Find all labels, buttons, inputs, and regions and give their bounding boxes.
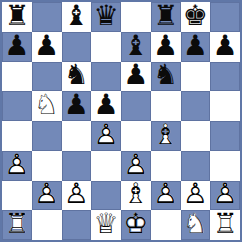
square-c7[interactable]: [62, 32, 92, 62]
square-b4[interactable]: [32, 121, 62, 151]
square-f2[interactable]: ♟♙: [151, 181, 181, 211]
white-pawn-icon: ♟♙: [2, 151, 32, 181]
square-g6[interactable]: [181, 62, 211, 92]
square-e6[interactable]: ♟: [121, 62, 151, 92]
square-e2[interactable]: ♝♗: [121, 181, 151, 211]
square-d2[interactable]: [91, 181, 121, 211]
chess-board: ♜♝♛♜♚♟♟♝♟♟♟♞♟♞♞♘♟♟♟♙♝♗♟♙♟♙♟♙♟♙♝♗♟♙♟♙♟♙♜♖…: [0, 0, 242, 242]
piece-glyph-fill: ♟: [32, 32, 62, 61]
square-e5[interactable]: [121, 91, 151, 121]
square-d1[interactable]: ♛♕: [91, 210, 121, 240]
white-queen-icon: ♛♕: [91, 210, 121, 240]
square-a2[interactable]: [2, 181, 32, 211]
piece-glyph-fill: ♟: [121, 62, 151, 91]
square-f1[interactable]: [151, 210, 181, 240]
square-a3[interactable]: ♟♙: [2, 151, 32, 181]
square-a7[interactable]: ♟: [2, 32, 32, 62]
square-g4[interactable]: [181, 121, 211, 151]
black-bishop-icon: ♝: [62, 2, 92, 32]
piece-glyph-outline: ♙: [181, 181, 211, 210]
piece-glyph-fill: ♜: [2, 2, 32, 31]
white-pawn-icon: ♟♙: [62, 181, 92, 211]
black-pawn-icon: ♟: [62, 91, 92, 121]
piece-glyph-fill: ♟: [91, 91, 121, 120]
square-b3[interactable]: [32, 151, 62, 181]
black-queen-icon: ♛: [91, 2, 121, 32]
black-pawn-icon: ♟: [121, 62, 151, 92]
square-h4[interactable]: [210, 121, 240, 151]
white-king-icon: ♚♔: [121, 210, 151, 240]
black-bishop-icon: ♝: [121, 32, 151, 62]
square-a8[interactable]: ♜: [2, 2, 32, 32]
piece-glyph-outline: ♘: [32, 91, 62, 120]
white-rook-icon: ♜♖: [210, 210, 240, 240]
piece-glyph-outline: ♗: [121, 181, 151, 210]
piece-glyph-fill: ♞: [151, 62, 181, 91]
piece-glyph-outline: ♖: [2, 210, 32, 239]
black-king-icon: ♚: [181, 2, 211, 32]
square-b8[interactable]: [32, 2, 62, 32]
piece-glyph-fill: ♟: [62, 91, 92, 120]
square-b6[interactable]: [32, 62, 62, 92]
square-d5[interactable]: ♟: [91, 91, 121, 121]
white-knight-icon: ♞♘: [32, 91, 62, 121]
white-pawn-icon: ♟♙: [121, 151, 151, 181]
square-g1[interactable]: ♞♘: [181, 210, 211, 240]
piece-glyph-outline: ♗: [151, 121, 181, 150]
square-e7[interactable]: ♝: [121, 32, 151, 62]
black-pawn-icon: ♟: [2, 32, 32, 62]
square-c2[interactable]: ♟♙: [62, 181, 92, 211]
square-f8[interactable]: ♜: [151, 2, 181, 32]
square-g2[interactable]: ♟♙: [181, 181, 211, 211]
black-knight-icon: ♞: [151, 62, 181, 92]
square-g3[interactable]: [181, 151, 211, 181]
piece-glyph-fill: ♟: [151, 32, 181, 61]
square-c5[interactable]: ♟: [62, 91, 92, 121]
square-c4[interactable]: [62, 121, 92, 151]
square-f3[interactable]: [151, 151, 181, 181]
square-f6[interactable]: ♞: [151, 62, 181, 92]
piece-glyph-outline: ♙: [2, 151, 32, 180]
square-c1[interactable]: [62, 210, 92, 240]
square-h2[interactable]: ♟♙: [210, 181, 240, 211]
black-pawn-icon: ♟: [181, 32, 211, 62]
square-a6[interactable]: [2, 62, 32, 92]
square-f7[interactable]: ♟: [151, 32, 181, 62]
square-d8[interactable]: ♛: [91, 2, 121, 32]
white-pawn-icon: ♟♙: [181, 181, 211, 211]
piece-glyph-outline: ♙: [91, 121, 121, 150]
piece-glyph-outline: ♘: [181, 210, 211, 239]
square-e3[interactable]: ♟♙: [121, 151, 151, 181]
piece-glyph-fill: ♝: [121, 32, 151, 61]
square-h8[interactable]: [210, 2, 240, 32]
square-e1[interactable]: ♚♔: [121, 210, 151, 240]
white-pawn-icon: ♟♙: [32, 181, 62, 211]
square-g7[interactable]: ♟: [181, 32, 211, 62]
piece-glyph-fill: ♟: [2, 32, 32, 61]
black-rook-icon: ♜: [2, 2, 32, 32]
black-rook-icon: ♜: [151, 2, 181, 32]
square-c6[interactable]: ♞: [62, 62, 92, 92]
piece-glyph-outline: ♙: [121, 151, 151, 180]
square-b2[interactable]: ♟♙: [32, 181, 62, 211]
black-pawn-icon: ♟: [91, 91, 121, 121]
white-pawn-icon: ♟♙: [91, 121, 121, 151]
square-f4[interactable]: ♝♗: [151, 121, 181, 151]
black-knight-icon: ♞: [62, 62, 92, 92]
square-d4[interactable]: ♟♙: [91, 121, 121, 151]
white-rook-icon: ♜♖: [2, 210, 32, 240]
square-c8[interactable]: ♝: [62, 2, 92, 32]
piece-glyph-fill: ♝: [62, 2, 92, 31]
black-pawn-icon: ♟: [32, 32, 62, 62]
white-pawn-icon: ♟♙: [210, 181, 240, 211]
square-h6[interactable]: [210, 62, 240, 92]
piece-glyph-fill: ♟: [181, 32, 211, 61]
square-g8[interactable]: ♚: [181, 2, 211, 32]
square-c3[interactable]: [62, 151, 92, 181]
piece-glyph-outline: ♙: [32, 181, 62, 210]
square-d7[interactable]: [91, 32, 121, 62]
square-a4[interactable]: [2, 121, 32, 151]
square-a1[interactable]: ♜♖: [2, 210, 32, 240]
piece-glyph-outline: ♙: [151, 181, 181, 210]
square-d6[interactable]: [91, 62, 121, 92]
piece-glyph-fill: ♜: [151, 2, 181, 31]
black-pawn-icon: ♟: [210, 32, 240, 62]
piece-glyph-outline: ♙: [210, 181, 240, 210]
square-d3[interactable]: [91, 151, 121, 181]
square-h7[interactable]: ♟: [210, 32, 240, 62]
square-f5[interactable]: [151, 91, 181, 121]
piece-glyph-fill: ♛: [91, 2, 121, 31]
piece-glyph-outline: ♖: [210, 210, 240, 239]
square-a5[interactable]: [2, 91, 32, 121]
piece-glyph-outline: ♙: [62, 181, 92, 210]
square-g5[interactable]: [181, 91, 211, 121]
piece-glyph-fill: ♟: [210, 32, 240, 61]
square-h5[interactable]: [210, 91, 240, 121]
square-b7[interactable]: ♟: [32, 32, 62, 62]
square-h3[interactable]: [210, 151, 240, 181]
black-pawn-icon: ♟: [151, 32, 181, 62]
white-bishop-icon: ♝♗: [121, 181, 151, 211]
piece-glyph-outline: ♕: [91, 210, 121, 239]
square-e4[interactable]: [121, 121, 151, 151]
white-knight-icon: ♞♘: [181, 210, 211, 240]
white-bishop-icon: ♝♗: [151, 121, 181, 151]
white-pawn-icon: ♟♙: [151, 181, 181, 211]
square-e8[interactable]: [121, 2, 151, 32]
piece-glyph-fill: ♚: [181, 2, 211, 31]
square-b1[interactable]: [32, 210, 62, 240]
piece-glyph-fill: ♞: [62, 62, 92, 91]
square-h1[interactable]: ♜♖: [210, 210, 240, 240]
piece-glyph-outline: ♔: [121, 210, 151, 239]
square-b5[interactable]: ♞♘: [32, 91, 62, 121]
